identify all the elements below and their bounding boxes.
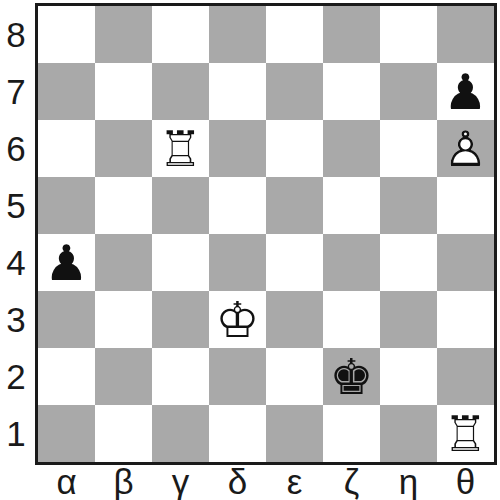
square-h1[interactable]: ♜♖ — [437, 405, 494, 462]
square-a4[interactable]: ♟ — [38, 234, 95, 291]
file-label-ε: ε — [266, 462, 323, 500]
piece-glyph: ♔ — [216, 295, 260, 344]
square-b7[interactable] — [95, 63, 152, 120]
square-g5[interactable] — [380, 177, 437, 234]
square-h7[interactable]: ♟ — [437, 63, 494, 120]
square-f2[interactable]: ♚ — [323, 348, 380, 405]
square-c5[interactable] — [152, 177, 209, 234]
square-c3[interactable] — [152, 291, 209, 348]
piece-white-rook[interactable]: ♜♖ — [437, 405, 494, 462]
rank-label-1: 1 — [0, 405, 32, 462]
chess-board: ♟♜♖♟♙♟♚♔♚♜♖ — [35, 3, 497, 465]
square-d5[interactable] — [209, 177, 266, 234]
square-g8[interactable] — [380, 6, 437, 63]
square-d6[interactable] — [209, 120, 266, 177]
rank-labels: 87654321 — [0, 6, 32, 462]
square-c1[interactable] — [152, 405, 209, 462]
piece-glyph: ♙ — [444, 124, 488, 173]
square-c6[interactable]: ♜♖ — [152, 120, 209, 177]
square-g7[interactable] — [380, 63, 437, 120]
piece-black-king[interactable]: ♚ — [323, 348, 380, 405]
square-h4[interactable] — [437, 234, 494, 291]
file-label-δ: δ — [209, 462, 266, 500]
square-c7[interactable] — [152, 63, 209, 120]
rank-label-4: 4 — [0, 234, 32, 291]
file-label-β: β — [95, 462, 152, 500]
square-d3[interactable]: ♚♔ — [209, 291, 266, 348]
square-c8[interactable] — [152, 6, 209, 63]
square-b8[interactable] — [95, 6, 152, 63]
square-f3[interactable] — [323, 291, 380, 348]
square-a7[interactable] — [38, 63, 95, 120]
square-h3[interactable] — [437, 291, 494, 348]
square-b5[interactable] — [95, 177, 152, 234]
square-f6[interactable] — [323, 120, 380, 177]
square-e4[interactable] — [266, 234, 323, 291]
square-c4[interactable] — [152, 234, 209, 291]
square-h8[interactable] — [437, 6, 494, 63]
piece-white-rook[interactable]: ♜♖ — [152, 120, 209, 177]
square-g4[interactable] — [380, 234, 437, 291]
square-e3[interactable] — [266, 291, 323, 348]
square-h6[interactable]: ♟♙ — [437, 120, 494, 177]
square-a8[interactable] — [38, 6, 95, 63]
square-g6[interactable] — [380, 120, 437, 177]
piece-white-pawn[interactable]: ♟♙ — [437, 120, 494, 177]
square-g1[interactable] — [380, 405, 437, 462]
square-f7[interactable] — [323, 63, 380, 120]
square-f1[interactable] — [323, 405, 380, 462]
square-g3[interactable] — [380, 291, 437, 348]
chess-diagram: 87654321 ♟♜♖♟♙♟♚♔♚♜♖ αβγδεζηθ — [0, 0, 500, 500]
file-label-η: η — [380, 462, 437, 500]
square-a2[interactable] — [38, 348, 95, 405]
rank-label-3: 3 — [0, 291, 32, 348]
square-h5[interactable] — [437, 177, 494, 234]
file-label-ζ: ζ — [323, 462, 380, 500]
square-e2[interactable] — [266, 348, 323, 405]
square-f5[interactable] — [323, 177, 380, 234]
square-b1[interactable] — [95, 405, 152, 462]
square-b4[interactable] — [95, 234, 152, 291]
square-a6[interactable] — [38, 120, 95, 177]
square-d1[interactable] — [209, 405, 266, 462]
square-b6[interactable] — [95, 120, 152, 177]
square-d4[interactable] — [209, 234, 266, 291]
piece-black-pawn[interactable]: ♟ — [38, 234, 95, 291]
square-h2[interactable] — [437, 348, 494, 405]
square-e6[interactable] — [266, 120, 323, 177]
rank-label-5: 5 — [0, 177, 32, 234]
square-e8[interactable] — [266, 6, 323, 63]
rank-label-6: 6 — [0, 120, 32, 177]
piece-white-king[interactable]: ♚♔ — [209, 291, 266, 348]
square-a5[interactable] — [38, 177, 95, 234]
square-a1[interactable] — [38, 405, 95, 462]
square-b3[interactable] — [95, 291, 152, 348]
square-e1[interactable] — [266, 405, 323, 462]
square-d2[interactable] — [209, 348, 266, 405]
piece-black-pawn[interactable]: ♟ — [437, 63, 494, 120]
file-label-α: α — [38, 462, 95, 500]
piece-glyph: ♖ — [444, 409, 488, 458]
square-f8[interactable] — [323, 6, 380, 63]
piece-glyph: ♚ — [330, 352, 374, 401]
square-f4[interactable] — [323, 234, 380, 291]
piece-glyph: ♖ — [159, 124, 203, 173]
rank-label-2: 2 — [0, 348, 32, 405]
square-d7[interactable] — [209, 63, 266, 120]
piece-glyph: ♟ — [45, 238, 89, 287]
square-e7[interactable] — [266, 63, 323, 120]
piece-glyph: ♟ — [444, 67, 488, 116]
file-labels: αβγδεζηθ — [38, 462, 494, 499]
square-a3[interactable] — [38, 291, 95, 348]
file-label-θ: θ — [437, 462, 494, 500]
square-e5[interactable] — [266, 177, 323, 234]
square-c2[interactable] — [152, 348, 209, 405]
file-label-γ: γ — [152, 462, 209, 500]
square-d8[interactable] — [209, 6, 266, 63]
square-g2[interactable] — [380, 348, 437, 405]
rank-label-7: 7 — [0, 63, 32, 120]
square-b2[interactable] — [95, 348, 152, 405]
rank-label-8: 8 — [0, 6, 32, 63]
